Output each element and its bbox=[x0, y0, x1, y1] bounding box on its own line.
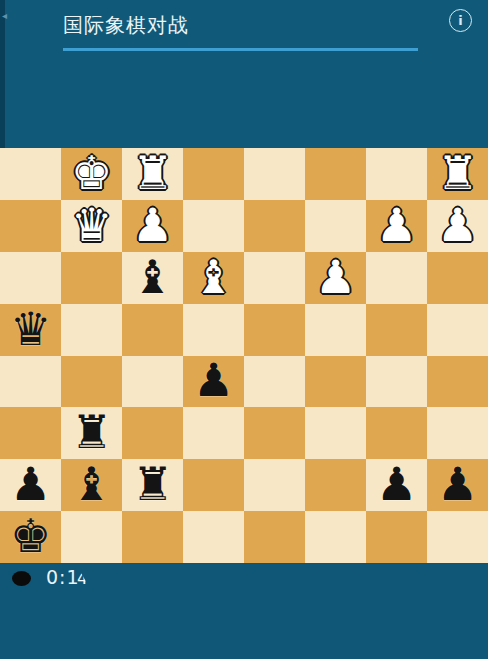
square-d3[interactable] bbox=[183, 407, 244, 459]
square-e6[interactable] bbox=[244, 252, 305, 304]
square-h1[interactable] bbox=[427, 511, 488, 563]
square-a4[interactable] bbox=[0, 356, 61, 408]
square-h7[interactable]: ♟ bbox=[427, 200, 488, 252]
piece-black-rook: ♜ bbox=[132, 461, 173, 507]
square-f6[interactable]: ♟ bbox=[305, 252, 366, 304]
square-a2[interactable]: ♟ bbox=[0, 459, 61, 511]
square-g1[interactable] bbox=[366, 511, 427, 563]
piece-white-pawn: ♟ bbox=[437, 202, 478, 248]
square-d1[interactable] bbox=[183, 511, 244, 563]
piece-black-bishop: ♝ bbox=[71, 461, 112, 507]
piece-white-rook: ♜ bbox=[437, 150, 478, 196]
square-d6[interactable]: ♝ bbox=[183, 252, 244, 304]
piece-white-bishop: ♝ bbox=[193, 254, 234, 300]
square-c6[interactable]: ♝ bbox=[122, 252, 183, 304]
square-a1[interactable]: ♚ bbox=[0, 511, 61, 563]
piece-black-king: ♚ bbox=[10, 513, 51, 559]
square-b1[interactable] bbox=[61, 511, 122, 563]
square-h8[interactable]: ♜ bbox=[427, 148, 488, 200]
square-d5[interactable] bbox=[183, 304, 244, 356]
clock-time: 0:1 bbox=[46, 566, 80, 588]
piece-white-pawn: ♟ bbox=[132, 202, 173, 248]
square-e7[interactable] bbox=[244, 200, 305, 252]
piece-black-pawn: ♟ bbox=[376, 461, 417, 507]
square-b3[interactable]: ♜ bbox=[61, 407, 122, 459]
square-a5[interactable]: ♛ bbox=[0, 304, 61, 356]
square-h4[interactable] bbox=[427, 356, 488, 408]
square-b7[interactable]: ♛ bbox=[61, 200, 122, 252]
square-b8[interactable]: ♚ bbox=[61, 148, 122, 200]
square-a3[interactable] bbox=[0, 407, 61, 459]
square-c4[interactable] bbox=[122, 356, 183, 408]
square-c8[interactable]: ♜ bbox=[122, 148, 183, 200]
square-d4[interactable]: ♟ bbox=[183, 356, 244, 408]
square-h3[interactable] bbox=[427, 407, 488, 459]
square-b4[interactable] bbox=[61, 356, 122, 408]
square-a7[interactable] bbox=[0, 200, 61, 252]
square-e8[interactable] bbox=[244, 148, 305, 200]
square-g3[interactable] bbox=[366, 407, 427, 459]
square-d2[interactable] bbox=[183, 459, 244, 511]
square-a8[interactable] bbox=[0, 148, 61, 200]
page-title: 国际象棋对战 bbox=[63, 12, 189, 39]
square-b5[interactable] bbox=[61, 304, 122, 356]
square-e1[interactable] bbox=[244, 511, 305, 563]
square-d7[interactable] bbox=[183, 200, 244, 252]
app-screen: ◂ 国际象棋对战 i ♚♜♜♛♟♟♟♝♝♟♛♟♜♟♝♜♟♟♚ 0:1 4 bbox=[0, 0, 488, 659]
piece-white-pawn: ♟ bbox=[315, 254, 356, 300]
piece-black-bishop: ♝ bbox=[132, 254, 173, 300]
square-g2[interactable]: ♟ bbox=[366, 459, 427, 511]
square-f1[interactable] bbox=[305, 511, 366, 563]
square-f7[interactable] bbox=[305, 200, 366, 252]
square-f4[interactable] bbox=[305, 356, 366, 408]
back-icon[interactable]: ◂ bbox=[2, 11, 7, 21]
square-b6[interactable] bbox=[61, 252, 122, 304]
piece-white-king: ♚ bbox=[71, 150, 112, 196]
square-g4[interactable] bbox=[366, 356, 427, 408]
square-h5[interactable] bbox=[427, 304, 488, 356]
square-c7[interactable]: ♟ bbox=[122, 200, 183, 252]
piece-black-pawn: ♟ bbox=[10, 461, 51, 507]
square-f3[interactable] bbox=[305, 407, 366, 459]
square-g6[interactable] bbox=[366, 252, 427, 304]
piece-white-rook: ♜ bbox=[132, 150, 173, 196]
square-c1[interactable] bbox=[122, 511, 183, 563]
square-a6[interactable] bbox=[0, 252, 61, 304]
square-g8[interactable] bbox=[366, 148, 427, 200]
header: ◂ 国际象棋对战 i bbox=[0, 0, 488, 148]
title-underline bbox=[63, 48, 418, 51]
piece-black-queen: ♛ bbox=[10, 306, 51, 352]
square-f2[interactable] bbox=[305, 459, 366, 511]
piece-white-queen: ♛ bbox=[71, 202, 112, 248]
piece-black-pawn: ♟ bbox=[193, 357, 234, 403]
square-f5[interactable] bbox=[305, 304, 366, 356]
info-button[interactable]: i bbox=[449, 9, 472, 32]
square-g5[interactable] bbox=[366, 304, 427, 356]
square-f8[interactable] bbox=[305, 148, 366, 200]
black-turn-indicator-dot bbox=[12, 571, 31, 586]
square-c2[interactable]: ♜ bbox=[122, 459, 183, 511]
clock-bar: 0:1 4 bbox=[0, 563, 488, 659]
square-h2[interactable]: ♟ bbox=[427, 459, 488, 511]
square-e2[interactable] bbox=[244, 459, 305, 511]
piece-white-pawn: ♟ bbox=[376, 202, 417, 248]
square-e3[interactable] bbox=[244, 407, 305, 459]
square-c3[interactable] bbox=[122, 407, 183, 459]
square-g7[interactable]: ♟ bbox=[366, 200, 427, 252]
chess-board: ♚♜♜♛♟♟♟♝♝♟♛♟♜♟♝♜♟♟♚ bbox=[0, 148, 488, 563]
piece-black-pawn: ♟ bbox=[437, 461, 478, 507]
square-d8[interactable] bbox=[183, 148, 244, 200]
square-e5[interactable] bbox=[244, 304, 305, 356]
info-icon: i bbox=[458, 14, 462, 27]
piece-black-rook: ♜ bbox=[71, 409, 112, 455]
square-b2[interactable]: ♝ bbox=[61, 459, 122, 511]
square-c5[interactable] bbox=[122, 304, 183, 356]
square-e4[interactable] bbox=[244, 356, 305, 408]
square-h6[interactable] bbox=[427, 252, 488, 304]
